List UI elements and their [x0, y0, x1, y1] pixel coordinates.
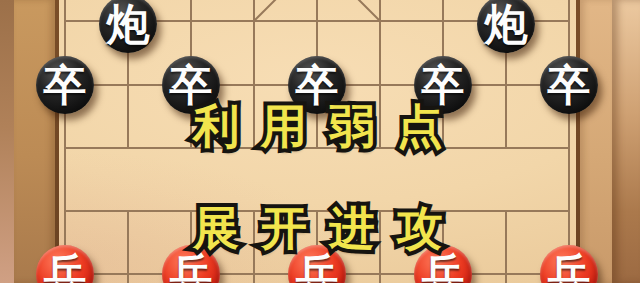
piece-label: 兵	[44, 253, 87, 283]
caption-text: 展开进攻	[193, 201, 465, 255]
piece-label: 兵	[422, 253, 465, 283]
piece-label: 卒	[548, 64, 591, 107]
piece-label: 兵	[548, 253, 591, 283]
piece-label: 炮	[107, 3, 150, 46]
black-cannon-piece[interactable]: 炮	[99, 0, 157, 53]
palace-diagonal	[317, 0, 380, 21]
piece-label: 兵	[296, 253, 339, 283]
piece-label: 卒	[44, 64, 87, 107]
palace-diagonal	[254, 0, 317, 21]
black-cannon-piece[interactable]: 炮	[477, 0, 535, 53]
caption-line-2: 展开进攻 展开进攻	[0, 204, 638, 254]
palace-diagonal-lines	[0, 0, 640, 60]
caption-text: 利用弱点	[193, 99, 465, 153]
caption-line-1: 利用弱点 利用弱点	[0, 102, 638, 152]
piece-label: 炮	[485, 3, 528, 46]
piece-label: 兵	[170, 253, 213, 283]
xiangqi-board: 炮 炮 卒 卒 卒 卒 卒 兵 兵 兵 兵 兵 利用弱点 利用弱点 展开进攻 展…	[0, 0, 640, 283]
